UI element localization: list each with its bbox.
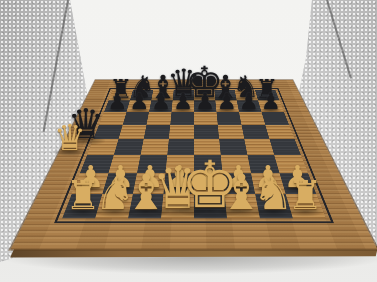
piece-white-pawn-c2: ♟ (136, 163, 163, 193)
piece-black-pawn-b7: ♟ (129, 91, 149, 113)
piece-black-pawn-h7: ♟ (261, 91, 281, 113)
piece-white-pawn-b2: ♟ (107, 163, 134, 193)
piece-white-pawn-f2: ♟ (225, 163, 252, 193)
piece-white-queen-d1: ♛ (152, 160, 204, 218)
piece-black-pawn-g7: ♟ (239, 91, 259, 113)
piece-black-bishop-f8: ♝ (211, 71, 240, 103)
piece-black-rook-a8: ♜ (109, 76, 132, 102)
studio-scene: ♜♞♝♛♚♝♞♜♟♟♟♟♟♟♟♟♟♟♟♟♟♟♟♟♜♞♝♛♚♝♞♜♛♛ (0, 0, 377, 282)
piece-black-knight-b8: ♞ (128, 72, 155, 102)
piece-black-queen-d8: ♛ (167, 65, 201, 103)
piece-white-king-e1: ♚ (181, 154, 239, 219)
piece-black-pawn-c7: ♟ (151, 91, 171, 113)
piece-white-knight-g1: ♞ (253, 171, 294, 217)
piece-black-pawn-a7: ♟ (107, 91, 127, 113)
piece-white-rook-h1: ♜ (287, 177, 323, 217)
piece-white-bishop-c1: ♝ (125, 169, 169, 218)
piece-extra-white-queen: ♛ (54, 120, 86, 156)
piece-black-pawn-e7: ♟ (195, 91, 215, 113)
piece-white-pawn-g2: ♟ (254, 163, 281, 193)
piece-white-pawn-d2: ♟ (166, 163, 193, 193)
piece-black-knight-g8: ♞ (233, 72, 260, 102)
piece-white-pawn-h2: ♟ (284, 163, 311, 193)
piece-white-knight-b1: ♞ (94, 171, 135, 217)
piece-white-pawn-e2: ♟ (195, 163, 222, 193)
piece-black-rook-h8: ♜ (255, 76, 278, 102)
piece-black-bishop-c8: ♝ (148, 71, 177, 103)
piece-black-king-e8: ♚ (185, 61, 223, 104)
piece-white-bishop-f1: ♝ (220, 169, 264, 218)
piece-white-rook-a1: ♜ (65, 177, 101, 217)
piece-black-pawn-f7: ♟ (217, 91, 237, 113)
pieces-layer: ♜♞♝♛♚♝♞♜♟♟♟♟♟♟♟♟♟♟♟♟♟♟♟♟♜♞♝♛♚♝♞♜♛♛ (0, 0, 377, 282)
piece-black-pawn-d7: ♟ (173, 91, 193, 113)
piece-extra-black-queen: ♛ (68, 104, 105, 145)
piece-white-pawn-a2: ♟ (77, 163, 104, 193)
